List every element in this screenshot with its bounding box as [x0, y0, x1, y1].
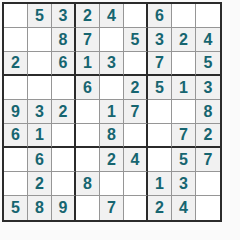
cell-r3c7: 7: [148, 52, 172, 76]
cell-r8c2: 2: [28, 172, 52, 196]
cell-r4c9: 3: [196, 76, 220, 100]
cell-r4c3[interactable]: [52, 76, 76, 100]
cell-r3c9: 5: [196, 52, 220, 76]
cell-r2c9: 4: [196, 28, 220, 52]
cell-r1c4: 2: [76, 4, 100, 28]
cell-r8c9[interactable]: [196, 172, 220, 196]
cell-r1c6[interactable]: [124, 4, 148, 28]
cell-r5c8[interactable]: [172, 100, 196, 124]
cell-r2c8: 2: [172, 28, 196, 52]
cell-r7c2: 6: [28, 148, 52, 172]
cell-r1c7: 6: [148, 4, 172, 28]
cell-r1c1[interactable]: [4, 4, 28, 28]
cell-r6c5: 8: [100, 124, 124, 148]
cell-r4c6: 2: [124, 76, 148, 100]
cell-r7c6: 4: [124, 148, 148, 172]
cell-r7c5: 2: [100, 148, 124, 172]
cell-r4c7: 5: [148, 76, 172, 100]
cell-r3c8[interactable]: [172, 52, 196, 76]
cell-r9c8: 4: [172, 196, 196, 220]
cell-r6c9: 2: [196, 124, 220, 148]
cell-r5c9: 8: [196, 100, 220, 124]
cell-r9c7: 2: [148, 196, 172, 220]
cell-r4c1[interactable]: [4, 76, 28, 100]
cell-r3c4: 1: [76, 52, 100, 76]
cell-r1c3: 3: [52, 4, 76, 28]
cell-r6c2: 1: [28, 124, 52, 148]
cell-r9c3: 9: [52, 196, 76, 220]
cell-r7c4[interactable]: [76, 148, 100, 172]
cell-r7c1[interactable]: [4, 148, 28, 172]
cell-r1c9[interactable]: [196, 4, 220, 28]
cell-r3c5: 3: [100, 52, 124, 76]
cell-r4c8: 1: [172, 76, 196, 100]
cell-r2c7: 3: [148, 28, 172, 52]
page: 5324687532426137562513932178618726245728…: [0, 0, 240, 240]
cell-r5c1: 9: [4, 100, 28, 124]
cell-r2c1[interactable]: [4, 28, 28, 52]
cell-r4c5[interactable]: [100, 76, 124, 100]
cell-r3c3: 6: [52, 52, 76, 76]
cell-r1c2: 5: [28, 4, 52, 28]
cell-r5c7[interactable]: [148, 100, 172, 124]
cell-r6c1: 6: [4, 124, 28, 148]
cell-r3c2[interactable]: [28, 52, 52, 76]
cell-r9c9[interactable]: [196, 196, 220, 220]
cell-r5c2: 3: [28, 100, 52, 124]
cell-r1c8[interactable]: [172, 4, 196, 28]
cell-r8c8: 3: [172, 172, 196, 196]
cell-r2c4: 7: [76, 28, 100, 52]
cell-r1c5: 4: [100, 4, 124, 28]
cell-r8c5[interactable]: [100, 172, 124, 196]
cell-r9c6[interactable]: [124, 196, 148, 220]
cell-r2c6: 5: [124, 28, 148, 52]
cell-r8c7: 1: [148, 172, 172, 196]
cell-r9c1: 5: [4, 196, 28, 220]
cell-r2c2[interactable]: [28, 28, 52, 52]
cell-r7c7[interactable]: [148, 148, 172, 172]
cell-r3c6[interactable]: [124, 52, 148, 76]
cell-r6c8: 7: [172, 124, 196, 148]
cell-r3c1: 2: [4, 52, 28, 76]
cell-r6c7[interactable]: [148, 124, 172, 148]
cell-r4c2[interactable]: [28, 76, 52, 100]
cell-r9c5: 7: [100, 196, 124, 220]
cell-r7c3[interactable]: [52, 148, 76, 172]
cell-r6c4[interactable]: [76, 124, 100, 148]
cell-r6c6[interactable]: [124, 124, 148, 148]
cell-r9c2: 8: [28, 196, 52, 220]
cell-r2c3: 8: [52, 28, 76, 52]
cell-r4c4: 6: [76, 76, 100, 100]
cell-r9c4[interactable]: [76, 196, 100, 220]
cell-r8c4: 8: [76, 172, 100, 196]
cell-r5c4[interactable]: [76, 100, 100, 124]
cell-r7c8: 5: [172, 148, 196, 172]
cell-r5c6: 7: [124, 100, 148, 124]
sudoku-board: 5324687532426137562513932178618726245728…: [2, 2, 222, 222]
cell-r6c3[interactable]: [52, 124, 76, 148]
cell-r5c3: 2: [52, 100, 76, 124]
cell-r8c1[interactable]: [4, 172, 28, 196]
cell-r8c3[interactable]: [52, 172, 76, 196]
cell-r8c6[interactable]: [124, 172, 148, 196]
cell-r2c5[interactable]: [100, 28, 124, 52]
cell-r5c5: 1: [100, 100, 124, 124]
cell-r7c9: 7: [196, 148, 220, 172]
